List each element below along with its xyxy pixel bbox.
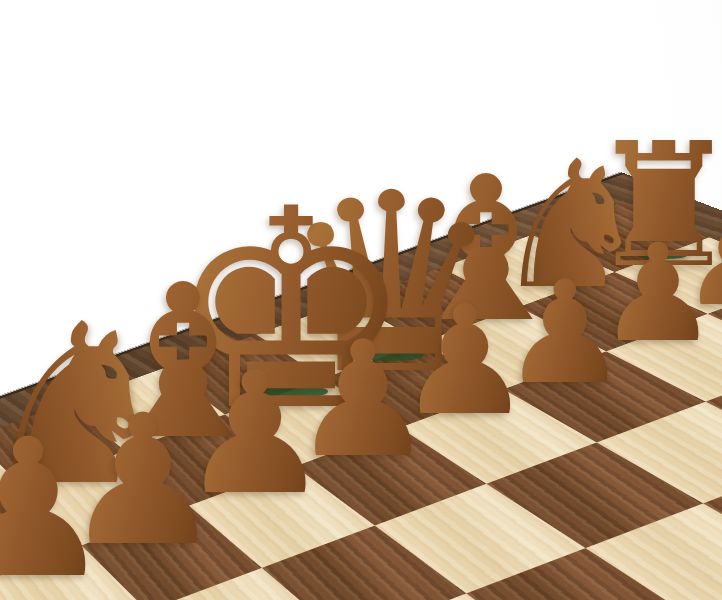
- piece-pawn-h2: ♟: [0, 414, 114, 600]
- chess-product-photo: ♞♝♚♛♝♞♜♟♟♟♟♟♟♟♟: [0, 0, 722, 600]
